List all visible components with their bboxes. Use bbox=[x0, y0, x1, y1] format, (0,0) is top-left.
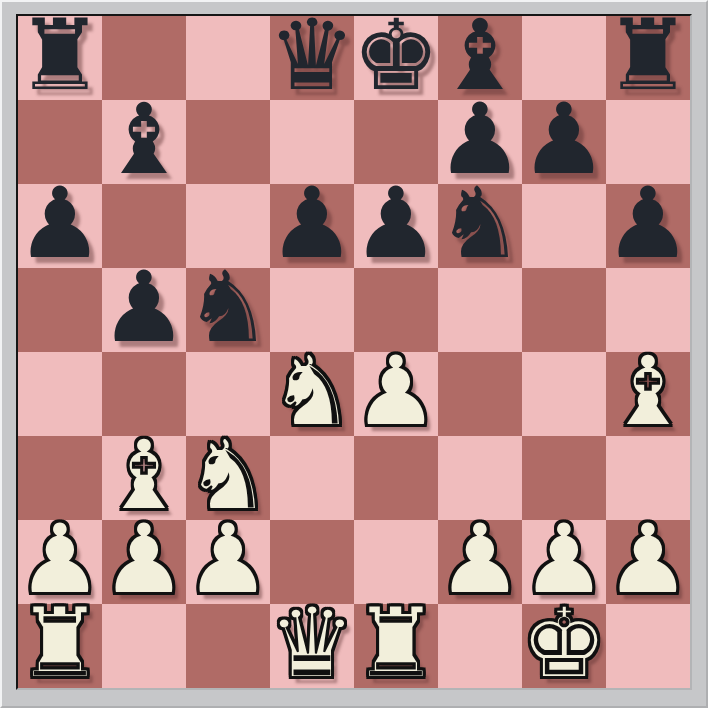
piece-white-pawn[interactable]: ♟ bbox=[604, 517, 692, 601]
square-d8[interactable]: ♛ bbox=[270, 16, 354, 100]
piece-white-king[interactable]: ♚ bbox=[520, 601, 608, 685]
piece-black-pawn[interactable]: ♟ bbox=[352, 181, 440, 265]
square-f5[interactable] bbox=[438, 268, 522, 352]
square-h1[interactable] bbox=[606, 604, 690, 688]
square-f1[interactable] bbox=[438, 604, 522, 688]
piece-black-rook[interactable]: ♜ bbox=[16, 13, 104, 97]
square-g1[interactable]: ♚ bbox=[522, 604, 606, 688]
square-g6[interactable] bbox=[522, 184, 606, 268]
square-a4[interactable] bbox=[18, 352, 102, 436]
square-d6[interactable]: ♟ bbox=[270, 184, 354, 268]
square-b5[interactable]: ♟ bbox=[102, 268, 186, 352]
square-c8[interactable] bbox=[186, 16, 270, 100]
piece-black-knight[interactable]: ♞ bbox=[436, 181, 524, 265]
square-h8[interactable]: ♜ bbox=[606, 16, 690, 100]
square-b1[interactable] bbox=[102, 604, 186, 688]
square-c2[interactable]: ♟ bbox=[186, 520, 270, 604]
square-a1[interactable]: ♜ bbox=[18, 604, 102, 688]
piece-white-pawn[interactable]: ♟ bbox=[436, 517, 524, 601]
piece-white-rook[interactable]: ♜ bbox=[352, 601, 440, 685]
square-d4[interactable]: ♞ bbox=[270, 352, 354, 436]
square-a5[interactable] bbox=[18, 268, 102, 352]
board-frame: ♜♛♚♝♜♝♟♟♟♟♟♞♟♟♞♞♟♝♝♞♟♟♟♟♟♟♜♛♜♚ bbox=[0, 0, 708, 708]
square-e8[interactable]: ♚ bbox=[354, 16, 438, 100]
piece-black-pawn[interactable]: ♟ bbox=[268, 181, 356, 265]
square-g5[interactable] bbox=[522, 268, 606, 352]
square-h6[interactable]: ♟ bbox=[606, 184, 690, 268]
square-f6[interactable]: ♞ bbox=[438, 184, 522, 268]
piece-white-rook[interactable]: ♜ bbox=[16, 601, 104, 685]
piece-white-pawn[interactable]: ♟ bbox=[352, 349, 440, 433]
square-e3[interactable] bbox=[354, 436, 438, 520]
piece-black-rook[interactable]: ♜ bbox=[604, 13, 692, 97]
square-g4[interactable] bbox=[522, 352, 606, 436]
piece-black-queen[interactable]: ♛ bbox=[268, 13, 356, 97]
square-h2[interactable]: ♟ bbox=[606, 520, 690, 604]
square-c7[interactable] bbox=[186, 100, 270, 184]
piece-black-pawn[interactable]: ♟ bbox=[604, 181, 692, 265]
piece-black-knight[interactable]: ♞ bbox=[184, 265, 272, 349]
square-e4[interactable]: ♟ bbox=[354, 352, 438, 436]
piece-black-bishop[interactable]: ♝ bbox=[100, 97, 188, 181]
piece-black-pawn[interactable]: ♟ bbox=[16, 181, 104, 265]
square-d3[interactable] bbox=[270, 436, 354, 520]
piece-white-knight[interactable]: ♞ bbox=[268, 349, 356, 433]
piece-white-bishop[interactable]: ♝ bbox=[604, 349, 692, 433]
square-h4[interactable]: ♝ bbox=[606, 352, 690, 436]
chess-board: ♜♛♚♝♜♝♟♟♟♟♟♞♟♟♞♞♟♝♝♞♟♟♟♟♟♟♜♛♜♚ bbox=[16, 14, 692, 690]
piece-white-pawn[interactable]: ♟ bbox=[100, 517, 188, 601]
square-c5[interactable]: ♞ bbox=[186, 268, 270, 352]
piece-black-pawn[interactable]: ♟ bbox=[520, 97, 608, 181]
square-e1[interactable]: ♜ bbox=[354, 604, 438, 688]
piece-black-pawn[interactable]: ♟ bbox=[100, 265, 188, 349]
square-g7[interactable]: ♟ bbox=[522, 100, 606, 184]
square-f2[interactable]: ♟ bbox=[438, 520, 522, 604]
piece-white-queen[interactable]: ♛ bbox=[268, 601, 356, 685]
square-b7[interactable]: ♝ bbox=[102, 100, 186, 184]
square-a6[interactable]: ♟ bbox=[18, 184, 102, 268]
square-c1[interactable] bbox=[186, 604, 270, 688]
square-d1[interactable]: ♛ bbox=[270, 604, 354, 688]
square-e6[interactable]: ♟ bbox=[354, 184, 438, 268]
piece-black-king[interactable]: ♚ bbox=[352, 13, 440, 97]
square-b2[interactable]: ♟ bbox=[102, 520, 186, 604]
piece-white-pawn[interactable]: ♟ bbox=[184, 517, 272, 601]
square-a8[interactable]: ♜ bbox=[18, 16, 102, 100]
square-f4[interactable] bbox=[438, 352, 522, 436]
